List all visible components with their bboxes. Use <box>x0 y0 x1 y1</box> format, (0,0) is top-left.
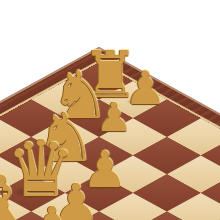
white-bishop-a4[interactable]: ♝ <box>0 168 29 220</box>
pieces-layer: ♜♟♞♟♞♟♛♝♟♟ <box>0 0 220 220</box>
white-pawn-c5[interactable]: ♟ <box>29 200 76 220</box>
photo-frame: ♜♟♞♟♞♟♛♝♟♟ <box>0 0 220 220</box>
white-pawn-b2[interactable]: ♟ <box>96 97 132 137</box>
